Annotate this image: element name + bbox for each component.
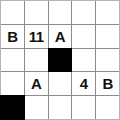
cell-r5c4[interactable] — [72, 96, 95, 119]
cell-r4c1[interactable] — [1, 72, 24, 95]
blocked-cell-r3c3 — [49, 49, 72, 72]
cell-r4c2[interactable]: A — [25, 72, 48, 95]
puzzle-grid: B11AA4B — [0, 0, 120, 120]
blocked-cell-r5c1 — [1, 96, 24, 119]
cell-r4c5[interactable]: B — [96, 72, 119, 95]
cell-r1c1[interactable] — [1, 1, 24, 24]
cell-r1c4[interactable] — [72, 1, 95, 24]
cell-r1c3[interactable] — [49, 1, 72, 24]
cell-r2c5[interactable] — [96, 25, 119, 48]
cell-r3c5[interactable] — [96, 49, 119, 72]
cell-r5c2[interactable] — [25, 96, 48, 119]
cell-r2c4[interactable] — [72, 25, 95, 48]
cell-r5c3[interactable] — [49, 96, 72, 119]
cell-r2c2[interactable]: 11 — [25, 25, 48, 48]
cell-r4c4[interactable]: 4 — [72, 72, 95, 95]
cell-r1c5[interactable] — [96, 1, 119, 24]
cell-r2c3[interactable]: A — [49, 25, 72, 48]
cell-r2c1[interactable]: B — [1, 25, 24, 48]
cell-r3c2[interactable] — [25, 49, 48, 72]
cell-r3c4[interactable] — [72, 49, 95, 72]
cell-r5c5[interactable] — [96, 96, 119, 119]
cell-r3c1[interactable] — [1, 49, 24, 72]
cell-r4c3[interactable] — [49, 72, 72, 95]
cell-r1c2[interactable] — [25, 1, 48, 24]
